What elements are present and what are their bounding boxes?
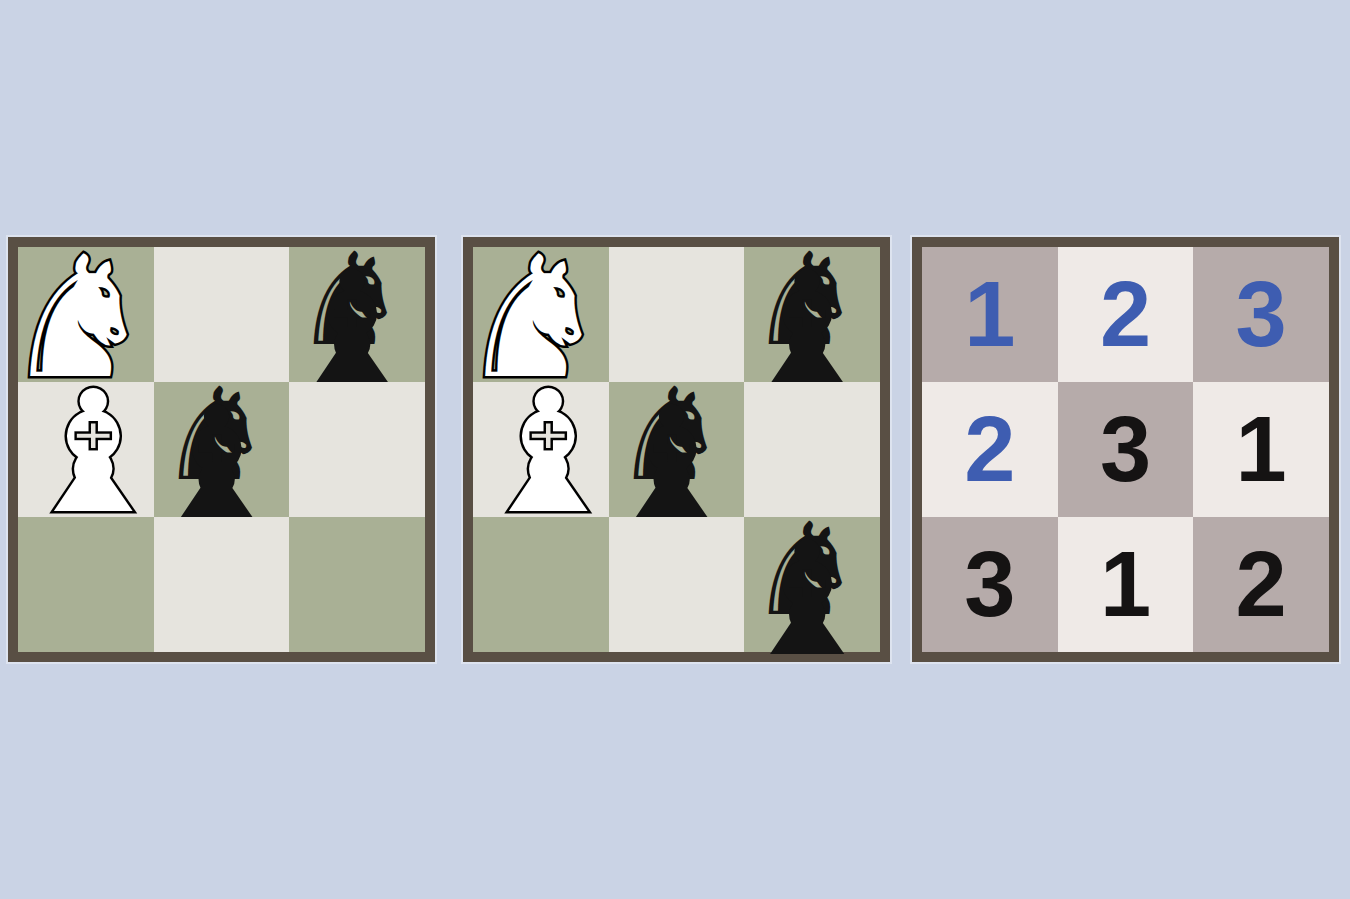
left-chess-board: ♞♞♝♝♞♝: [8, 237, 435, 662]
number-board-cell-r1c3: 3: [1193, 247, 1329, 382]
puzzle-canvas: ♞♞♝♝♞♝ ♞♞♝♝♞♝♞♝ 123231312: [0, 0, 1350, 899]
left-chess-board-cell-r2c1: ♝: [18, 382, 154, 517]
middle-chess-board-cell-r3c3: ♞♝: [744, 517, 880, 652]
number-board-cell-r3c2: 1: [1058, 517, 1194, 652]
clue-number-2: 2: [964, 397, 1015, 502]
left-chess-board-cell-r3c3: [289, 517, 425, 652]
number-board-cell-r3c1: 3: [922, 517, 1058, 652]
middle-chess-board-cell-r2c2: ♞♝: [609, 382, 745, 517]
number-board-cell-r1c1: 1: [922, 247, 1058, 382]
left-chess-board-cell-r3c2: [154, 517, 290, 652]
number-board: 123231312: [912, 237, 1339, 662]
white-bishop-icon: ♝: [473, 369, 609, 537]
clue-number-1: 1: [964, 262, 1015, 367]
number-board-cell-r2c2: 3: [1058, 382, 1194, 517]
clue-number-3: 3: [964, 532, 1015, 637]
number-board-cell-r2c1: 2: [922, 382, 1058, 517]
left-chess-board-cell-r2c2: ♞♝: [154, 382, 290, 517]
clue-number-1: 1: [1236, 397, 1287, 502]
left-chess-board-cell-r2c3: [289, 382, 425, 517]
number-board-cell-r2c3: 1: [1193, 382, 1329, 517]
middle-chess-board-cell-r1c3: ♞♝: [744, 247, 880, 382]
clue-number-3: 3: [1100, 397, 1151, 502]
clue-number-1: 1: [1100, 532, 1151, 637]
number-board-cell-r3c3: 2: [1193, 517, 1329, 652]
middle-chess-board-cell-r3c1: [473, 517, 609, 652]
middle-chess-board-cell-r3c2: [609, 517, 745, 652]
white-bishop-icon: ♝: [18, 369, 154, 537]
clue-number-3: 3: [1236, 262, 1287, 367]
black-bishop-icon: ♝: [736, 520, 878, 678]
middle-chess-board: ♞♞♝♝♞♝♞♝: [463, 237, 890, 662]
middle-chess-board-cell-r2c1: ♝: [473, 382, 609, 517]
clue-number-2: 2: [1236, 532, 1287, 637]
number-board-cell-r1c2: 2: [1058, 247, 1194, 382]
clue-number-2: 2: [1100, 262, 1151, 367]
left-chess-board-cell-r3c1: [18, 517, 154, 652]
left-chess-board-cell-r1c3: ♞♝: [289, 247, 425, 382]
